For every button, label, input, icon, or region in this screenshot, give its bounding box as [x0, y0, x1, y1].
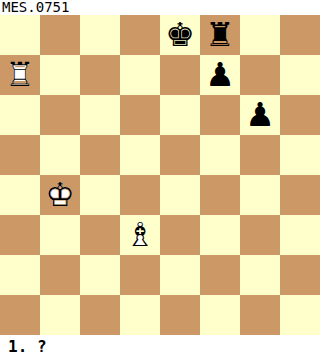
square-a5[interactable]: [0, 135, 40, 175]
square-b7[interactable]: [40, 55, 80, 95]
square-a6[interactable]: [0, 95, 40, 135]
square-d6[interactable]: [120, 95, 160, 135]
square-d8[interactable]: [120, 15, 160, 55]
square-h4[interactable]: [280, 175, 320, 215]
square-e3[interactable]: [160, 215, 200, 255]
piece-outline-layer: ♗: [120, 215, 160, 255]
square-b3[interactable]: [40, 215, 80, 255]
square-e1[interactable]: [160, 295, 200, 335]
square-b4[interactable]: ♚♔: [40, 175, 80, 215]
piece-outline-layer: ♖: [0, 55, 40, 95]
piece-glyph-layer: ♟: [200, 55, 240, 95]
square-f6[interactable]: [200, 95, 240, 135]
square-e2[interactable]: [160, 255, 200, 295]
black-pawn: ♟: [240, 95, 280, 135]
square-h7[interactable]: [280, 55, 320, 95]
square-g7[interactable]: [240, 55, 280, 95]
square-g4[interactable]: [240, 175, 280, 215]
square-d1[interactable]: [120, 295, 160, 335]
square-g5[interactable]: [240, 135, 280, 175]
square-c3[interactable]: [80, 215, 120, 255]
square-c5[interactable]: [80, 135, 120, 175]
piece-glyph-layer: ♟: [240, 95, 280, 135]
square-c6[interactable]: [80, 95, 120, 135]
square-a8[interactable]: [0, 15, 40, 55]
square-g3[interactable]: [240, 215, 280, 255]
square-c1[interactable]: [80, 295, 120, 335]
square-f4[interactable]: [200, 175, 240, 215]
square-h6[interactable]: [280, 95, 320, 135]
square-a3[interactable]: [0, 215, 40, 255]
piece-glyph-layer: ♜: [200, 15, 240, 55]
square-f8[interactable]: ♜: [200, 15, 240, 55]
square-h5[interactable]: [280, 135, 320, 175]
square-g8[interactable]: [240, 15, 280, 55]
square-e5[interactable]: [160, 135, 200, 175]
black-pawn: ♟: [200, 55, 240, 95]
square-f7[interactable]: ♟: [200, 55, 240, 95]
black-king: ♚: [160, 15, 200, 55]
square-b8[interactable]: [40, 15, 80, 55]
square-f1[interactable]: [200, 295, 240, 335]
chess-diagram-page: MES.0751 ♚♜♜♖♟♟♚♔♝♗ 1. ?: [0, 0, 320, 360]
square-e8[interactable]: ♚: [160, 15, 200, 55]
square-f2[interactable]: [200, 255, 240, 295]
square-g6[interactable]: ♟: [240, 95, 280, 135]
white-king: ♚♔: [40, 175, 80, 215]
square-c7[interactable]: [80, 55, 120, 95]
move-prompt-label: 1. ?: [8, 337, 47, 357]
square-c4[interactable]: [80, 175, 120, 215]
square-h8[interactable]: [280, 15, 320, 55]
square-b1[interactable]: [40, 295, 80, 335]
square-b5[interactable]: [40, 135, 80, 175]
white-rook: ♜♖: [0, 55, 40, 95]
square-d5[interactable]: [120, 135, 160, 175]
square-b2[interactable]: [40, 255, 80, 295]
diagram-id-label: MES.0751: [2, 0, 69, 15]
square-a2[interactable]: [0, 255, 40, 295]
square-h1[interactable]: [280, 295, 320, 335]
square-c8[interactable]: [80, 15, 120, 55]
square-e7[interactable]: [160, 55, 200, 95]
chess-board: ♚♜♜♖♟♟♚♔♝♗: [0, 15, 320, 335]
square-a7[interactable]: ♜♖: [0, 55, 40, 95]
square-d4[interactable]: [120, 175, 160, 215]
piece-glyph-layer: ♚: [160, 15, 200, 55]
white-bishop: ♝♗: [120, 215, 160, 255]
square-h2[interactable]: [280, 255, 320, 295]
square-a1[interactable]: [0, 295, 40, 335]
square-e4[interactable]: [160, 175, 200, 215]
square-g1[interactable]: [240, 295, 280, 335]
square-e6[interactable]: [160, 95, 200, 135]
square-c2[interactable]: [80, 255, 120, 295]
square-f5[interactable]: [200, 135, 240, 175]
square-b6[interactable]: [40, 95, 80, 135]
black-rook: ♜: [200, 15, 240, 55]
square-g2[interactable]: [240, 255, 280, 295]
square-d3[interactable]: ♝♗: [120, 215, 160, 255]
square-h3[interactable]: [280, 215, 320, 255]
square-d2[interactable]: [120, 255, 160, 295]
square-d7[interactable]: [120, 55, 160, 95]
piece-outline-layer: ♔: [40, 175, 80, 215]
square-f3[interactable]: [200, 215, 240, 255]
square-a4[interactable]: [0, 175, 40, 215]
